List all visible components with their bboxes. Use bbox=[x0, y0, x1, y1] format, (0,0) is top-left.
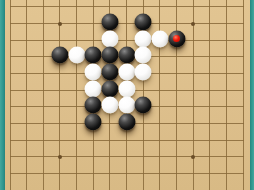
black-stone bbox=[118, 113, 135, 130]
black-stone bbox=[101, 80, 118, 97]
grid-line-vertical bbox=[226, 0, 227, 190]
black-stone bbox=[118, 47, 135, 64]
last-move-marker bbox=[173, 35, 180, 42]
gomoku-app-screen bbox=[0, 0, 254, 190]
star-point bbox=[191, 22, 195, 26]
board-frame-right bbox=[250, 0, 254, 190]
star-point bbox=[58, 22, 62, 26]
black-stone bbox=[85, 47, 102, 64]
grid-line-vertical bbox=[176, 0, 177, 190]
grid-line-horizontal bbox=[10, 173, 244, 174]
white-stone bbox=[135, 47, 152, 64]
black-stone bbox=[101, 64, 118, 81]
white-stone bbox=[118, 80, 135, 97]
grid-line-vertical bbox=[10, 0, 11, 190]
grid-line-vertical bbox=[243, 0, 244, 190]
grid-line-horizontal bbox=[10, 156, 244, 157]
white-stone bbox=[118, 97, 135, 114]
grid-line-vertical bbox=[159, 0, 160, 190]
grid-line-vertical bbox=[26, 0, 27, 190]
grid-line-vertical bbox=[193, 0, 194, 190]
white-stone bbox=[135, 30, 152, 47]
black-stone bbox=[101, 14, 118, 31]
black-stone bbox=[135, 14, 152, 31]
star-point bbox=[191, 155, 195, 159]
gomoku-board[interactable] bbox=[0, 0, 254, 190]
black-stone bbox=[135, 97, 152, 114]
white-stone bbox=[135, 64, 152, 81]
grid-line-horizontal bbox=[10, 40, 244, 41]
grid-line-horizontal bbox=[10, 140, 244, 141]
white-stone bbox=[151, 30, 168, 47]
grid-line-horizontal bbox=[10, 6, 244, 7]
black-stone bbox=[168, 30, 185, 47]
grid-line-vertical bbox=[43, 0, 44, 190]
board-frame-left bbox=[0, 0, 5, 190]
white-stone bbox=[101, 97, 118, 114]
grid-line-vertical bbox=[209, 0, 210, 190]
white-stone bbox=[68, 47, 85, 64]
black-stone bbox=[101, 47, 118, 64]
black-stone bbox=[85, 113, 102, 130]
white-stone bbox=[118, 64, 135, 81]
grid-line-vertical bbox=[59, 0, 60, 190]
white-stone bbox=[85, 80, 102, 97]
grid-line-vertical bbox=[76, 0, 77, 190]
black-stone bbox=[51, 47, 68, 64]
star-point bbox=[58, 155, 62, 159]
white-stone bbox=[85, 64, 102, 81]
black-stone bbox=[85, 97, 102, 114]
white-stone bbox=[101, 30, 118, 47]
grid-line-horizontal bbox=[10, 23, 244, 24]
